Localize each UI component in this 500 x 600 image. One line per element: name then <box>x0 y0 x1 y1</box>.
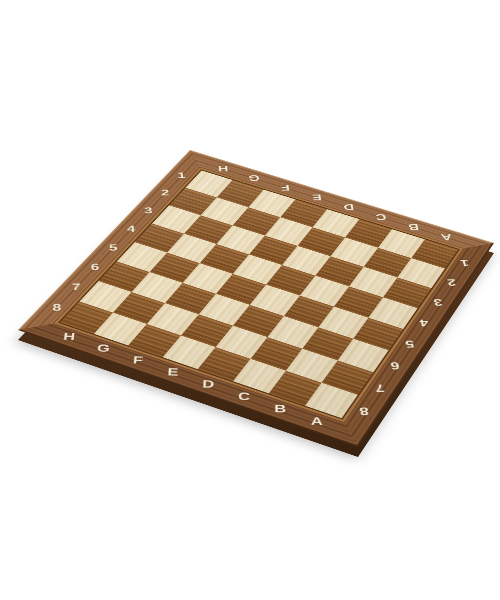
file-label-top--H: H <box>218 165 229 173</box>
file-label-bottom--H: H <box>63 331 76 342</box>
file-label-top--D: D <box>343 203 355 211</box>
file-label-bottom--B: B <box>274 403 286 414</box>
rank-label-right--5: 5 <box>404 339 415 349</box>
file-label-bottom--G: G <box>96 343 110 354</box>
rank-label-left--4: 4 <box>127 224 136 233</box>
rank-label-right--7: 7 <box>374 383 385 394</box>
chessboard: HGFEDCBAHGFEDCBA1234567812345678 <box>18 150 494 447</box>
file-label-bottom--F: F <box>132 355 143 366</box>
file-label-bottom--A: A <box>311 415 323 427</box>
file-label-top--C: C <box>375 213 387 222</box>
file-label-bottom--C: C <box>238 391 250 402</box>
rank-label-left--7: 7 <box>72 282 81 292</box>
rank-label-left--8: 8 <box>52 302 61 312</box>
product-photo-stage: HGFEDCBAHGFEDCBA1234567812345678 <box>0 0 500 600</box>
file-label-top--F: F <box>280 184 290 192</box>
file-label-top--A: A <box>440 233 453 242</box>
rank-label-left--6: 6 <box>91 262 100 271</box>
rank-label-right--6: 6 <box>390 361 401 372</box>
file-label-bottom--D: D <box>202 379 214 390</box>
rank-label-left--5: 5 <box>109 243 118 252</box>
file-label-top--B: B <box>407 223 419 232</box>
rank-label-left--3: 3 <box>144 206 153 215</box>
file-label-top--E: E <box>311 193 322 201</box>
file-label-top--G: G <box>248 174 260 182</box>
rank-label-left--1: 1 <box>177 171 186 179</box>
file-label-bottom--E: E <box>167 367 179 378</box>
rank-label-left--2: 2 <box>161 188 170 196</box>
rank-label-right--8: 8 <box>359 406 370 417</box>
